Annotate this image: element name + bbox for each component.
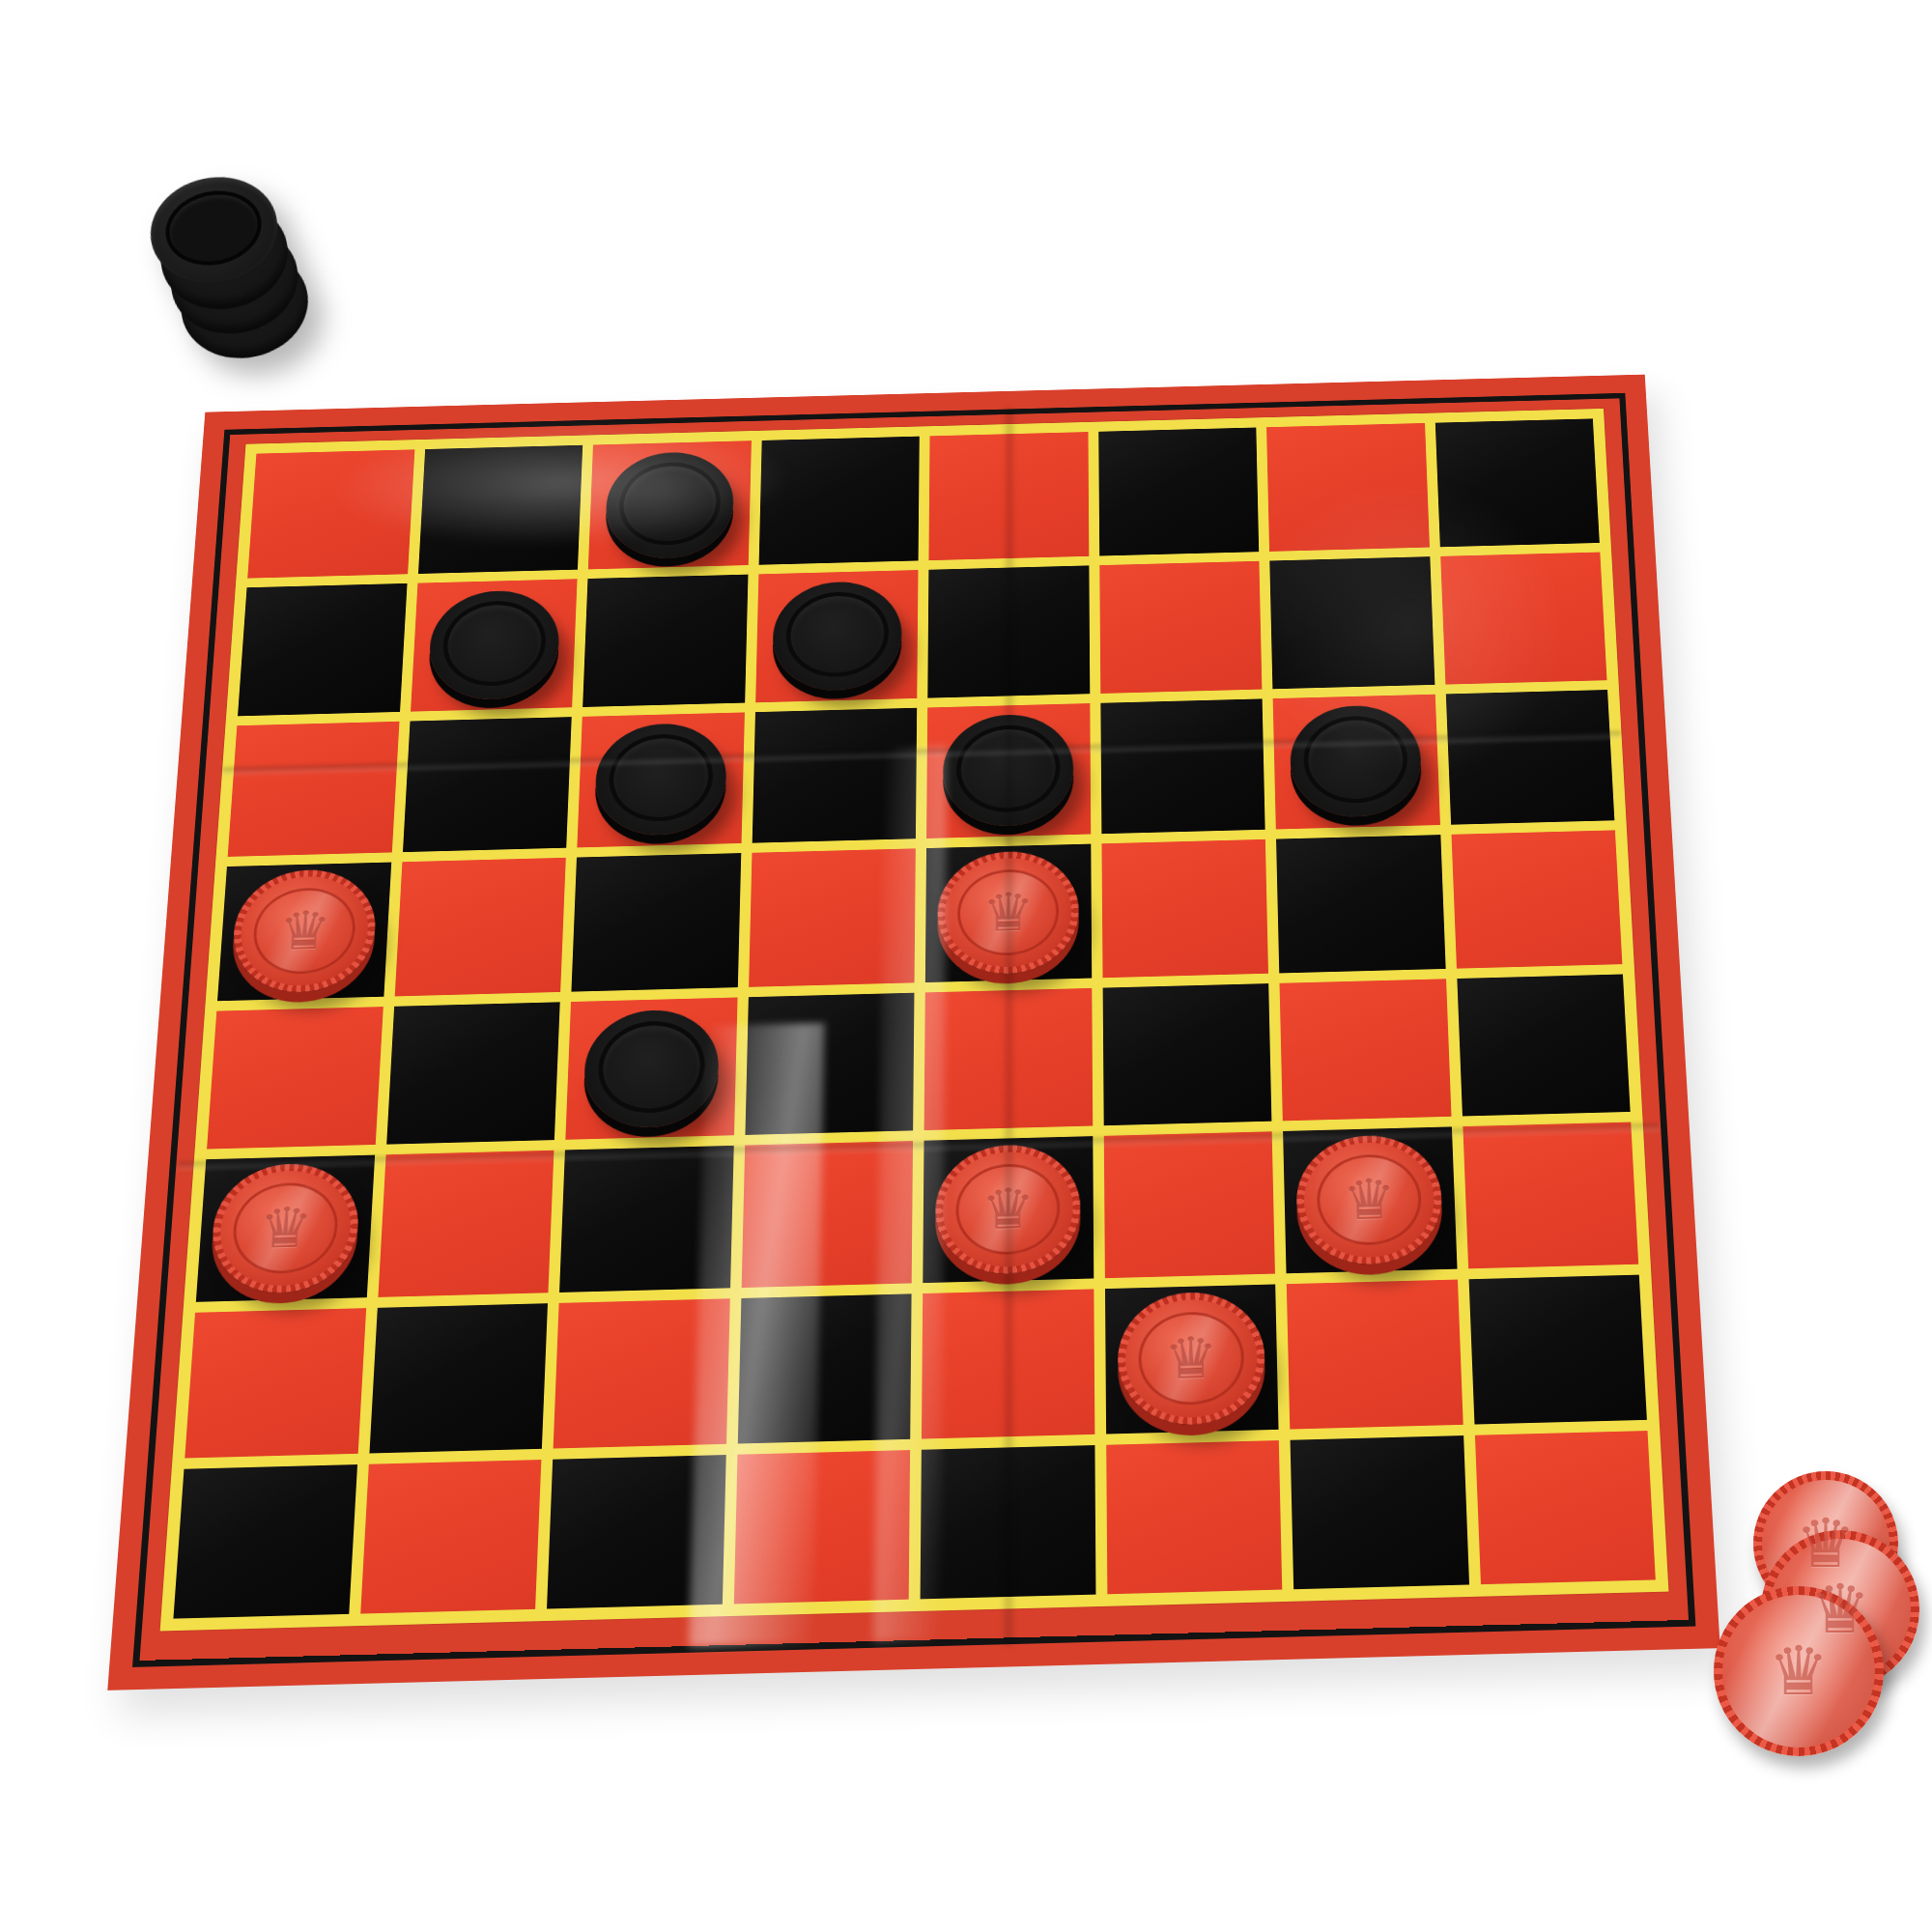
square-r7c1[interactable] bbox=[185, 1308, 365, 1459]
square-r6c6[interactable] bbox=[1103, 1132, 1275, 1278]
square-r4c3[interactable] bbox=[571, 853, 740, 992]
square-r3c6[interactable] bbox=[1100, 698, 1265, 834]
square-r8c1[interactable] bbox=[173, 1464, 356, 1619]
square-r3c4[interactable] bbox=[752, 707, 917, 842]
black-checkers-stack[interactable] bbox=[141, 156, 353, 386]
square-r7c8[interactable] bbox=[1468, 1274, 1647, 1424]
square-r1c6[interactable] bbox=[1098, 428, 1259, 556]
square-r3c2[interactable] bbox=[403, 717, 572, 852]
red-stack-checker: ♛ bbox=[1714, 1586, 1884, 1756]
scene: ♛♛♛♛♛♛ ♛♛♛ bbox=[0, 0, 1932, 1932]
square-r8c4[interactable] bbox=[733, 1450, 910, 1605]
square-r4c2[interactable] bbox=[394, 858, 566, 997]
square-r4c6[interactable] bbox=[1101, 839, 1268, 979]
square-r3c1[interactable] bbox=[228, 721, 399, 856]
square-r3c8[interactable] bbox=[1445, 690, 1614, 825]
square-r5c6[interactable] bbox=[1102, 983, 1271, 1125]
square-r6c8[interactable] bbox=[1463, 1122, 1638, 1268]
square-r1c4[interactable] bbox=[758, 437, 920, 565]
square-r6c3[interactable] bbox=[559, 1146, 733, 1292]
square-r8c3[interactable] bbox=[547, 1455, 725, 1609]
square-r1c2[interactable] bbox=[418, 445, 583, 574]
square-r4c4[interactable] bbox=[749, 848, 916, 987]
square-r1c8[interactable] bbox=[1435, 418, 1599, 547]
red-checkers-stack[interactable]: ♛♛♛ bbox=[1642, 1418, 1932, 1747]
square-r8c8[interactable] bbox=[1474, 1431, 1655, 1584]
square-r6c2[interactable] bbox=[378, 1151, 554, 1296]
square-r1c7[interactable] bbox=[1266, 423, 1429, 552]
square-r8c6[interactable] bbox=[1106, 1440, 1283, 1594]
square-r2c6[interactable] bbox=[1099, 561, 1263, 694]
square-r2c7[interactable] bbox=[1269, 556, 1435, 688]
square-r5c4[interactable] bbox=[745, 993, 914, 1135]
crown-emboss: ♛ bbox=[1714, 1586, 1884, 1756]
square-r8c5[interactable] bbox=[921, 1445, 1095, 1600]
board-grid: ♛♛♛♛♛♛ bbox=[173, 418, 1655, 1618]
square-r7c5[interactable] bbox=[922, 1289, 1094, 1438]
square-r2c5[interactable] bbox=[927, 566, 1090, 698]
square-r2c8[interactable] bbox=[1440, 553, 1607, 684]
square-r8c2[interactable] bbox=[360, 1460, 542, 1614]
square-r7c4[interactable] bbox=[737, 1293, 911, 1443]
square-r4c8[interactable] bbox=[1451, 830, 1622, 968]
square-r5c1[interactable] bbox=[207, 1007, 383, 1150]
square-r2c3[interactable] bbox=[582, 575, 748, 707]
checkers-mat: ♛♛♛♛♛♛ bbox=[107, 375, 1719, 1690]
square-r4c7[interactable] bbox=[1276, 835, 1445, 974]
square-r5c7[interactable] bbox=[1280, 979, 1452, 1121]
board-field: ♛♛♛♛♛♛ bbox=[160, 409, 1669, 1632]
square-r7c2[interactable] bbox=[369, 1303, 548, 1454]
square-r5c8[interactable] bbox=[1457, 975, 1631, 1117]
square-r7c3[interactable] bbox=[554, 1298, 730, 1448]
square-r8c7[interactable] bbox=[1291, 1435, 1469, 1589]
square-r1c1[interactable] bbox=[247, 449, 414, 578]
square-r7c7[interactable] bbox=[1287, 1279, 1463, 1429]
square-r1c5[interactable] bbox=[928, 432, 1088, 560]
square-r5c2[interactable] bbox=[386, 1002, 560, 1145]
square-r2c1[interactable] bbox=[238, 583, 407, 716]
square-r5c5[interactable] bbox=[924, 988, 1093, 1130]
square-r6c4[interactable] bbox=[741, 1141, 913, 1287]
